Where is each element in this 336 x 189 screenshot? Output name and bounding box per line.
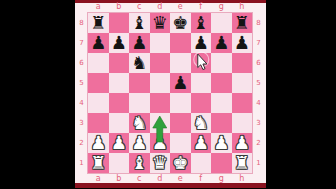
square-g8[interactable] (211, 13, 232, 33)
rank-label-2: 2 (252, 133, 265, 153)
square-c1[interactable]: ♝ (129, 153, 150, 173)
rank-label-4: 4 (75, 93, 88, 113)
square-a1[interactable]: ♜ (88, 153, 109, 173)
file-label-a: a (88, 2, 109, 12)
piece-white-knight[interactable]: ♞ (193, 113, 209, 133)
square-c2[interactable]: ♟ (129, 133, 150, 153)
rank-label-8: 8 (75, 13, 88, 33)
square-f8[interactable]: ♝ (191, 13, 212, 33)
square-a2[interactable]: ♟ (88, 133, 109, 153)
rank-label-1: 1 (252, 153, 265, 173)
square-b1[interactable] (109, 153, 130, 173)
square-c7[interactable]: ♟ (129, 33, 150, 53)
square-c4[interactable] (129, 93, 150, 113)
piece-black-pawn[interactable]: ♟ (131, 33, 147, 53)
square-g5[interactable] (211, 73, 232, 93)
square-d6[interactable] (150, 53, 171, 73)
square-h3[interactable] (232, 113, 253, 133)
square-f5[interactable] (191, 73, 212, 93)
file-label-g: g (211, 174, 232, 184)
square-e2[interactable] (170, 133, 191, 153)
file-label-f: f (191, 2, 212, 12)
file-label-d: d (150, 174, 171, 184)
piece-white-knight[interactable]: ♞ (131, 113, 147, 133)
piece-white-pawn[interactable]: ♟ (111, 133, 127, 153)
rank-label-6: 6 (75, 53, 88, 73)
rank-label-7: 7 (252, 33, 265, 53)
rank-label-2: 2 (75, 133, 88, 153)
square-h2[interactable]: ♟ (232, 133, 253, 153)
file-labels-bottom: abcdefgh (88, 174, 252, 184)
square-d8[interactable]: ♛ (150, 13, 171, 33)
square-b7[interactable]: ♟ (109, 33, 130, 53)
piece-black-rook[interactable]: ♜ (90, 13, 106, 33)
square-e1[interactable]: ♚ (170, 153, 191, 173)
square-e6[interactable] (170, 53, 191, 73)
square-c8[interactable]: ♝ (129, 13, 150, 33)
file-label-b: b (109, 174, 130, 184)
square-a4[interactable] (88, 93, 109, 113)
square-d2[interactable]: ♟ (150, 133, 171, 153)
piece-white-pawn[interactable]: ♟ (193, 133, 209, 153)
piece-white-pawn[interactable]: ♟ (131, 133, 147, 153)
square-c6[interactable]: ♞ (129, 53, 150, 73)
square-a5[interactable] (88, 73, 109, 93)
rank-label-4: 4 (252, 93, 265, 113)
piece-black-bishop[interactable]: ♝ (193, 13, 209, 33)
file-label-e: e (170, 2, 191, 12)
file-label-b: b (109, 2, 130, 12)
square-a7[interactable]: ♟ (88, 33, 109, 53)
rank-label-1: 1 (75, 153, 88, 173)
rank-label-6: 6 (252, 53, 265, 73)
piece-black-pawn[interactable]: ♟ (234, 33, 250, 53)
file-label-c: c (129, 2, 150, 12)
square-b3[interactable] (109, 113, 130, 133)
file-label-a: a (88, 174, 109, 184)
piece-white-king[interactable]: ♚ (172, 153, 188, 173)
square-d3[interactable] (150, 113, 171, 133)
square-h1[interactable]: ♜ (232, 153, 253, 173)
square-e5[interactable]: ♟ (170, 73, 191, 93)
piece-white-pawn[interactable]: ♟ (152, 133, 168, 153)
piece-black-pawn[interactable]: ♟ (90, 33, 106, 53)
square-d5[interactable] (150, 73, 171, 93)
rank-labels-left: 87654321 (75, 13, 88, 173)
file-label-f: f (191, 174, 212, 184)
square-h6[interactable] (232, 53, 253, 73)
square-g6[interactable] (211, 53, 232, 73)
square-d1[interactable]: ♛ (150, 153, 171, 173)
piece-black-king[interactable]: ♚ (172, 13, 188, 33)
piece-black-pawn[interactable]: ♟ (111, 33, 127, 53)
square-b4[interactable] (109, 93, 130, 113)
square-f3[interactable]: ♞ (191, 113, 212, 133)
rank-label-7: 7 (75, 33, 88, 53)
piece-white-rook[interactable]: ♜ (90, 153, 106, 173)
chess-board[interactable]: ♜♝♛♚♝♜♟♟♟♟♟♟♞♟♞♞♟♟♟♟♟♟♟♜♝♛♚♜ (88, 13, 252, 173)
piece-white-pawn[interactable]: ♟ (90, 133, 106, 153)
square-d4[interactable] (150, 93, 171, 113)
piece-white-rook[interactable]: ♜ (234, 153, 250, 173)
square-c5[interactable] (129, 73, 150, 93)
rank-label-5: 5 (75, 73, 88, 93)
piece-white-pawn[interactable]: ♟ (234, 133, 250, 153)
square-a8[interactable]: ♜ (88, 13, 109, 33)
square-g2[interactable]: ♟ (211, 133, 232, 153)
file-labels-top: abcdefgh (88, 2, 252, 12)
square-d7[interactable] (150, 33, 171, 53)
square-f4[interactable] (191, 93, 212, 113)
square-h7[interactable]: ♟ (232, 33, 253, 53)
piece-white-pawn[interactable]: ♟ (213, 133, 229, 153)
piece-white-queen[interactable]: ♛ (152, 153, 168, 173)
square-h5[interactable] (232, 73, 253, 93)
square-a6[interactable] (88, 53, 109, 73)
piece-black-pawn[interactable]: ♟ (193, 33, 209, 53)
square-b2[interactable]: ♟ (109, 133, 130, 153)
square-b5[interactable] (109, 73, 130, 93)
square-c3[interactable]: ♞ (129, 113, 150, 133)
square-e8[interactable]: ♚ (170, 13, 191, 33)
square-b8[interactable] (109, 13, 130, 33)
square-f1[interactable] (191, 153, 212, 173)
rank-label-5: 5 (252, 73, 265, 93)
square-h4[interactable] (232, 93, 253, 113)
square-f2[interactable]: ♟ (191, 133, 212, 153)
piece-black-knight[interactable]: ♞ (131, 53, 147, 73)
file-label-h: h (232, 174, 253, 184)
rank-label-3: 3 (75, 113, 88, 133)
rank-labels-right: 87654321 (252, 13, 265, 173)
chess-app-screen: abcdefgh abcdefgh 87654321 87654321 ♜♝♛♚… (0, 0, 336, 189)
square-g4[interactable] (211, 93, 232, 113)
square-e3[interactable] (170, 113, 191, 133)
piece-black-queen[interactable]: ♛ (152, 13, 168, 33)
rank-label-3: 3 (252, 113, 265, 133)
rank-label-8: 8 (252, 13, 265, 33)
file-label-g: g (211, 2, 232, 12)
square-h8[interactable]: ♜ (232, 13, 253, 33)
piece-black-bishop[interactable]: ♝ (131, 13, 147, 33)
square-g7[interactable]: ♟ (211, 33, 232, 53)
piece-white-bishop[interactable]: ♝ (131, 153, 147, 173)
piece-black-rook[interactable]: ♜ (234, 13, 250, 33)
square-b6[interactable] (109, 53, 130, 73)
square-e4[interactable] (170, 93, 191, 113)
square-g3[interactable] (211, 113, 232, 133)
file-label-c: c (129, 174, 150, 184)
piece-black-pawn[interactable]: ♟ (213, 33, 229, 53)
file-label-h: h (232, 2, 253, 12)
square-f7[interactable]: ♟ (191, 33, 212, 53)
square-f6[interactable] (191, 53, 212, 73)
piece-black-pawn[interactable]: ♟ (172, 73, 188, 93)
square-e7[interactable] (170, 33, 191, 53)
square-g1[interactable] (211, 153, 232, 173)
file-label-e: e (170, 174, 191, 184)
square-a3[interactable] (88, 113, 109, 133)
file-label-d: d (150, 2, 171, 12)
